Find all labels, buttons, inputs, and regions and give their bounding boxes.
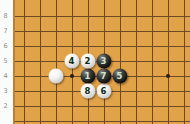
row-label-7: 7 bbox=[0, 28, 11, 35]
move-number: 4 bbox=[69, 57, 75, 66]
go-board[interactable]: 12345678 bbox=[0, 0, 190, 124]
stone-black-move-5-G4[interactable]: 5 bbox=[112, 69, 127, 84]
move-number: 2 bbox=[85, 57, 91, 66]
stone-white-move-8-E3[interactable]: 8 bbox=[80, 84, 95, 99]
stone-white-move-4-D5[interactable]: 4 bbox=[64, 54, 79, 69]
row-label-5: 5 bbox=[0, 58, 11, 65]
stone-black-move-1-E4[interactable]: 1 bbox=[80, 69, 95, 84]
row-label-8: 8 bbox=[0, 13, 11, 20]
move-number: 6 bbox=[101, 87, 107, 96]
stone-white-unmarked-C4[interactable] bbox=[48, 69, 63, 84]
move-number: 8 bbox=[85, 87, 91, 96]
stone-black-move-3-F5[interactable]: 3 bbox=[96, 54, 111, 69]
move-number: 5 bbox=[117, 72, 123, 81]
row-coordinate-strip: 8765432 bbox=[0, 0, 13, 124]
move-number: 7 bbox=[101, 72, 107, 81]
row-label-4: 4 bbox=[0, 73, 11, 80]
grid-vline-col-3 bbox=[56, 0, 57, 124]
grid-vline-col-11 bbox=[184, 0, 185, 124]
move-number: 3 bbox=[101, 57, 107, 66]
grid-vline-col-1 bbox=[24, 0, 25, 124]
stone-white-move-2-E5[interactable]: 2 bbox=[80, 54, 95, 69]
go-diagram: 12345678 8765432 bbox=[0, 0, 190, 124]
grid-vline-col-9 bbox=[152, 0, 153, 124]
board-left-edge bbox=[13, 0, 15, 124]
grid-vline-col-2 bbox=[40, 0, 41, 124]
stone-black-move-7-F4[interactable]: 7 bbox=[96, 69, 111, 84]
grid-vline-col-8 bbox=[136, 0, 137, 124]
star-point bbox=[166, 74, 170, 78]
row-label-6: 6 bbox=[0, 43, 11, 50]
row-label-3: 3 bbox=[0, 88, 11, 95]
stone-white-move-6-F3[interactable]: 6 bbox=[96, 84, 111, 99]
row-label-2: 2 bbox=[0, 103, 11, 110]
grid-vline-col-7 bbox=[120, 0, 121, 124]
move-number: 1 bbox=[85, 72, 91, 81]
star-point bbox=[70, 74, 74, 78]
grid-vline-col-10 bbox=[168, 0, 169, 124]
